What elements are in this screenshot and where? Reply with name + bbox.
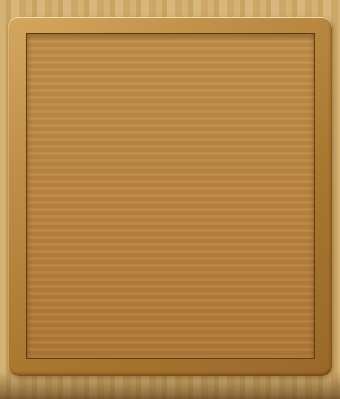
xiangqi-app [0, 0, 340, 399]
board-grid-lines [26, 33, 315, 359]
board[interactable] [26, 33, 315, 359]
